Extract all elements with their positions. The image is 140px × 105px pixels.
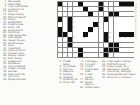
grid-cell[interactable]: 44: [73, 43, 78, 48]
grid-cell[interactable]: [119, 53, 124, 58]
cell-number: 3: [73, 1, 74, 3]
cell-number: 24: [109, 17, 111, 19]
grid-cell[interactable]: [93, 37, 98, 42]
grid-cell[interactable]: [78, 12, 83, 17]
grid-cell[interactable]: [78, 32, 83, 37]
grid-cell-black: [104, 53, 109, 58]
grid-cell[interactable]: 20: [99, 12, 104, 17]
grid-cell[interactable]: 39: [109, 37, 114, 42]
cell-number: 49: [119, 47, 121, 49]
grid-cell[interactable]: [124, 17, 129, 22]
grid-cell-black: [68, 37, 73, 42]
clue-text: Stage whisper: [8, 79, 55, 82]
grid-cell[interactable]: [129, 53, 134, 58]
cell-number: 6: [94, 1, 95, 3]
grid-cell-black: [68, 22, 73, 27]
grid-cell[interactable]: [99, 48, 104, 53]
cell-number: 12: [88, 6, 90, 8]
cell-number: 28: [99, 22, 101, 24]
crossword-grid: 1234567891011121314151617181920212223242…: [57, 1, 134, 58]
grid-cell-black: [104, 48, 109, 53]
grid-cell-black: [109, 43, 114, 48]
grid-cell[interactable]: 2: [68, 2, 73, 7]
grid-cell-black: [99, 2, 104, 7]
grid-cell[interactable]: [129, 12, 134, 17]
across-clues-column: 1.Sea eagle4.Metal bolt7.Fuss and bother…: [1, 1, 55, 104]
grid-cell[interactable]: [124, 48, 129, 53]
cell-number: 19: [94, 11, 96, 13]
cell-number: 32: [68, 32, 70, 34]
grid-cell[interactable]: 23: [88, 17, 93, 22]
grid-cell[interactable]: 51: [83, 53, 88, 58]
grid-cell[interactable]: [99, 43, 104, 48]
cell-number: 20: [99, 11, 101, 13]
cell-number: 16: [129, 6, 131, 8]
cell-number: 4: [83, 1, 84, 3]
grid-cell[interactable]: 24: [109, 17, 114, 22]
grid-cell[interactable]: [73, 53, 78, 58]
cell-number: 2: [68, 1, 69, 3]
cell-number: 48: [83, 47, 85, 49]
cell-number: 1: [63, 1, 64, 3]
grid-cell[interactable]: [129, 22, 134, 27]
cell-number: 8: [109, 1, 110, 3]
cell-number: 51: [83, 52, 85, 54]
grid-cell-black: [78, 53, 83, 58]
grid-cell[interactable]: [83, 27, 88, 32]
cell-number: 43: [58, 42, 60, 44]
grid-cell-black: [58, 27, 63, 32]
cell-number: 9: [114, 1, 115, 3]
down-clues-column-3: 28.Fuel used in lamps32.Golf ball stand3…: [101, 61, 139, 104]
grid-cell[interactable]: 52: [109, 53, 114, 58]
grid-cell[interactable]: 36: [63, 37, 68, 42]
grid-cell[interactable]: 18: [83, 12, 88, 17]
grid-cell[interactable]: [63, 12, 68, 17]
grid-cell-black: [114, 43, 119, 48]
grid-cell-black: [104, 37, 109, 42]
grid-cell[interactable]: [104, 12, 109, 17]
grid-cell[interactable]: [88, 43, 93, 48]
grid-cell[interactable]: 41: [124, 37, 129, 42]
down-clues-column-1: 1.Greek letter2.Uncooked3.Not any4.Requi…: [57, 61, 78, 104]
grid-cell[interactable]: [114, 27, 119, 32]
cell-number: 29: [104, 22, 106, 24]
grid-cell[interactable]: [99, 37, 104, 42]
grid-cell[interactable]: 12: [88, 7, 93, 12]
grid-cell[interactable]: [78, 22, 83, 27]
grid-cell[interactable]: [88, 37, 93, 42]
down-clues-column-2: 9.Fish eggs10.Untruth13.Finish14.Evergre…: [79, 61, 100, 104]
cell-number: 15: [124, 6, 126, 8]
cell-number: 34: [109, 32, 111, 34]
cell-number: 30: [73, 27, 75, 29]
grid-cell[interactable]: [119, 22, 124, 27]
grid-cell[interactable]: [93, 17, 98, 22]
puzzle-credit: © Puzzle Features Syndicate: [135, 3, 137, 57]
cell-number: 31: [94, 27, 96, 29]
clue-text: Wide ocean: [85, 87, 100, 90]
grid-cell[interactable]: [73, 7, 78, 12]
clue-number: 48.: [1, 79, 8, 82]
grid-cell[interactable]: [83, 17, 88, 22]
grid-cell[interactable]: [119, 17, 124, 22]
grid-cell[interactable]: [124, 53, 129, 58]
cell-number: 13: [104, 6, 106, 8]
cell-number: 5: [88, 1, 89, 3]
grid-cell[interactable]: 13: [104, 7, 109, 12]
grid-cell-black: [78, 48, 83, 53]
cell-number: 23: [88, 17, 90, 19]
cell-number: 45: [119, 42, 121, 44]
grid-cell[interactable]: [88, 48, 93, 53]
grid-cell[interactable]: [109, 7, 114, 12]
cell-number: 40: [119, 37, 121, 39]
cell-number: 10: [58, 6, 60, 8]
grid-cell[interactable]: [63, 7, 68, 12]
grid-cell[interactable]: [88, 22, 93, 27]
grid-cell[interactable]: [63, 48, 68, 53]
grid-cell[interactable]: 16: [129, 7, 134, 12]
cell-number: 25: [114, 17, 116, 19]
grid-cell[interactable]: [63, 22, 68, 27]
grid-cell-black: [104, 32, 109, 37]
grid-cell[interactable]: [78, 17, 83, 22]
clue-item: 8.Grow old: [57, 82, 78, 85]
grid-cell[interactable]: [124, 43, 129, 48]
cell-number: 35: [58, 37, 60, 39]
grid-cell[interactable]: 30: [73, 27, 78, 32]
grid-cell[interactable]: 26: [58, 22, 63, 27]
cell-number: 37: [73, 37, 75, 39]
cell-number: 14: [119, 6, 121, 8]
grid-cell[interactable]: 28: [99, 22, 104, 27]
grid-cell[interactable]: [68, 7, 73, 12]
grid-cell[interactable]: [68, 53, 73, 58]
grid-cell[interactable]: [129, 27, 134, 32]
grid-cell[interactable]: [124, 12, 129, 17]
cell-number: 42: [129, 37, 131, 39]
grid-cell[interactable]: [83, 22, 88, 27]
grid-cell[interactable]: [73, 48, 78, 53]
cell-number: 21: [119, 11, 121, 13]
grid-cell[interactable]: [99, 32, 104, 37]
grid-cell[interactable]: [104, 27, 109, 32]
grid-cell[interactable]: [78, 43, 83, 48]
clue-item: 39.Point on a compass: [101, 77, 139, 80]
grid-cell[interactable]: 19: [93, 12, 98, 17]
grid-cell[interactable]: [114, 7, 119, 12]
grid-cell[interactable]: [63, 17, 68, 22]
cell-number: 11: [78, 6, 80, 8]
cell-number: 17: [58, 11, 60, 13]
grid-cell[interactable]: 49: [119, 48, 124, 53]
grid-cell[interactable]: 3: [73, 2, 78, 7]
clue-item: 23.Wide ocean: [79, 87, 100, 90]
grid-cell[interactable]: [114, 53, 119, 58]
cell-number: 27: [73, 22, 75, 24]
grid-cell[interactable]: [104, 43, 109, 48]
cell-number: 22: [73, 17, 75, 19]
grid-cell[interactable]: 15: [124, 7, 129, 12]
grid-cell[interactable]: [93, 32, 98, 37]
grid-cell[interactable]: [114, 32, 119, 37]
grid-cell[interactable]: [78, 27, 83, 32]
grid-cell[interactable]: 17: [58, 12, 63, 17]
grid-cell[interactable]: 47: [68, 48, 73, 53]
cell-number: 46: [58, 47, 60, 49]
grid-cell[interactable]: [124, 22, 129, 27]
cell-number: 33: [88, 32, 90, 34]
cell-number: 39: [109, 37, 111, 39]
grid-cell[interactable]: [88, 53, 93, 58]
grid-cell[interactable]: [93, 43, 98, 48]
grid-cell[interactable]: [78, 37, 83, 42]
grid-cell[interactable]: [63, 43, 68, 48]
grid-cell[interactable]: [114, 37, 119, 42]
grid-cell[interactable]: [129, 48, 134, 53]
grid-cell[interactable]: [114, 22, 119, 27]
grid-cell[interactable]: [129, 17, 134, 22]
clue-text: Point on a compass: [107, 77, 139, 80]
clue-text: Grow old: [63, 82, 78, 85]
grid-cell[interactable]: [93, 53, 98, 58]
grid-cell[interactable]: 21: [119, 12, 124, 17]
cell-number: 41: [124, 37, 126, 39]
cell-number: 52: [109, 52, 111, 54]
grid-cell[interactable]: [68, 12, 73, 17]
cell-number: 38: [83, 37, 85, 39]
grid-cell[interactable]: 11: [78, 7, 83, 12]
grid-cell[interactable]: 9: [114, 2, 119, 7]
grid-cell[interactable]: [99, 27, 104, 32]
grid-cell[interactable]: [124, 27, 129, 32]
cell-number: 36: [63, 37, 65, 39]
grid-cell[interactable]: 1: [63, 2, 68, 7]
grid-cell-black: [114, 48, 119, 53]
cell-number: 18: [83, 11, 85, 13]
grid-cell-black: [68, 17, 73, 22]
cell-number: 26: [58, 22, 60, 24]
grid-cell[interactable]: 32: [68, 32, 73, 37]
cell-number: 47: [68, 47, 70, 49]
grid-cell[interactable]: [63, 53, 68, 58]
grid-cell[interactable]: [129, 43, 134, 48]
grid-cell[interactable]: [93, 48, 98, 53]
clue-item: 48.Stage whisper: [1, 79, 55, 82]
crossword-page: 1.Sea eagle4.Metal bolt7.Fuss and bother…: [0, 0, 140, 105]
grid-cell[interactable]: 42: [129, 37, 134, 42]
grid-cell[interactable]: [119, 27, 124, 32]
grid-cell[interactable]: 38: [83, 37, 88, 42]
grid-cell[interactable]: 31: [93, 27, 98, 32]
grid-cell[interactable]: 25: [114, 17, 119, 22]
grid-cell[interactable]: 4: [83, 2, 88, 7]
grid-cell[interactable]: [63, 27, 68, 32]
grid-cell[interactable]: 33: [88, 32, 93, 37]
cell-number: 44: [73, 42, 75, 44]
cell-number: 50: [58, 52, 60, 54]
grid-cell[interactable]: 29: [104, 22, 109, 27]
grid-cell[interactable]: [99, 53, 104, 58]
grid-cell[interactable]: [109, 22, 114, 27]
grid-cell[interactable]: 6: [93, 2, 98, 7]
grid-cell[interactable]: 50: [58, 53, 63, 58]
grid-cell[interactable]: 8: [109, 2, 114, 7]
cell-number: 7: [104, 1, 105, 3]
